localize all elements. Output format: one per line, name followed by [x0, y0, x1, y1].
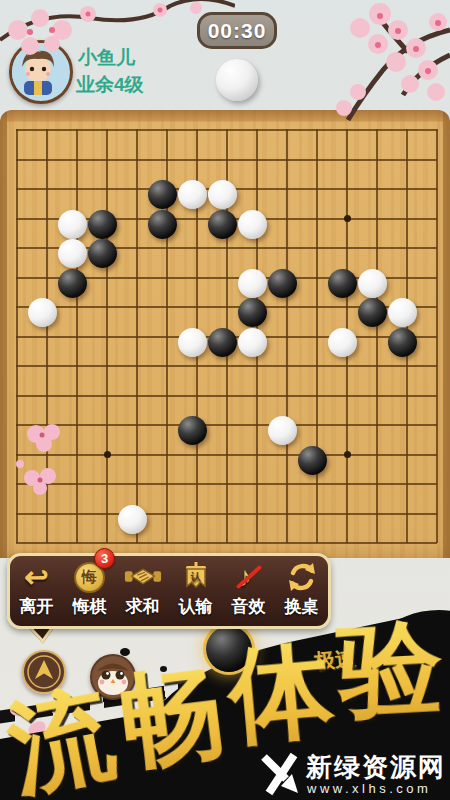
star-point	[344, 215, 351, 222]
grid-line	[16, 483, 437, 485]
grid-line	[16, 454, 437, 456]
leave-arrow-icon: ↩	[24, 560, 48, 594]
grid-line	[376, 129, 378, 543]
stone-white	[268, 416, 297, 445]
stone-white	[208, 180, 237, 209]
watermark-site-name: 新绿资源网	[306, 750, 446, 785]
stone-black	[148, 210, 177, 239]
watermark-url: www.xlhs.com	[307, 781, 431, 796]
grid-line	[436, 129, 438, 543]
stone-white	[238, 328, 267, 357]
stone-white	[28, 298, 57, 327]
sound-muted-icon: ♪	[234, 560, 264, 594]
leave-button[interactable]: ↩ 离开	[10, 556, 63, 626]
offer-draw-button[interactable]: 求和	[116, 556, 169, 626]
svg-text:认: 认	[190, 571, 202, 582]
stone-white	[58, 210, 87, 239]
grid-line	[316, 129, 318, 543]
stone-white	[118, 505, 147, 534]
undo-button[interactable]: 3 悔 悔棋	[63, 556, 116, 626]
stone-black	[268, 269, 297, 298]
stone-black	[88, 239, 117, 268]
stone-white	[328, 328, 357, 357]
go-board-grid[interactable]	[16, 129, 437, 543]
stone-black	[298, 446, 327, 475]
resign-button[interactable]: 认 认输	[169, 556, 222, 626]
stone-black	[328, 269, 357, 298]
stone-white	[358, 269, 387, 298]
switch-table-button[interactable]: 换桌	[275, 556, 328, 626]
resign-banner-icon: 认	[182, 560, 210, 594]
stone-black	[88, 210, 117, 239]
grid-line	[16, 395, 437, 397]
stone-white	[238, 210, 267, 239]
blossom-decoration-top-right	[288, 0, 450, 130]
grid-line	[16, 513, 437, 515]
stone-white	[58, 239, 87, 268]
game-toolbar: ↩ 离开 3 悔 悔棋 求和	[7, 553, 331, 629]
stone-black	[238, 298, 267, 327]
stone-white	[178, 328, 207, 357]
stone-white	[238, 269, 267, 298]
stone-black	[208, 328, 237, 357]
app-screen: 小鱼儿 业余4级 00:30 ↩ 离开 3 悔 悔棋	[0, 0, 450, 800]
stone-white	[178, 180, 207, 209]
blossom-decoration-board-left	[14, 420, 74, 500]
star-point	[104, 451, 111, 458]
undo-count-badge: 3	[94, 548, 115, 569]
grid-line	[16, 542, 437, 544]
stone-black	[358, 298, 387, 327]
headline-char: 畅	[111, 659, 240, 800]
stone-black	[58, 269, 87, 298]
stone-black	[208, 210, 237, 239]
stone-white	[388, 298, 417, 327]
watermark-logo	[254, 748, 304, 798]
star-point	[344, 451, 351, 458]
blossom-decoration-top-left	[0, 0, 235, 80]
stone-black	[388, 328, 417, 357]
switch-table-icon	[286, 560, 318, 594]
sound-toggle-button[interactable]: ♪ 音效	[222, 556, 275, 626]
grid-line	[16, 365, 437, 367]
stone-black	[178, 416, 207, 445]
handshake-icon	[124, 560, 162, 594]
grid-line	[16, 424, 437, 426]
stone-black	[148, 180, 177, 209]
grid-line	[286, 129, 288, 543]
